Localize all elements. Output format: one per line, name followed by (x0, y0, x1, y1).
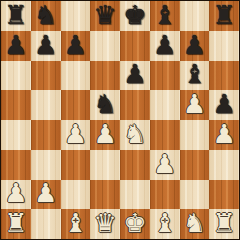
square-b3[interactable] (31, 150, 61, 180)
piece-black-pawn[interactable]: ♟ (183, 32, 206, 58)
square-h4[interactable]: ♟ (209, 120, 239, 150)
square-e8[interactable]: ♚ (120, 1, 150, 31)
square-b8[interactable]: ♞ (31, 1, 61, 31)
piece-black-queen[interactable]: ♛ (93, 2, 116, 28)
square-e3[interactable] (120, 150, 150, 180)
piece-black-bishop[interactable]: ♝ (183, 61, 206, 87)
square-e7[interactable] (120, 31, 150, 61)
square-d3[interactable] (90, 150, 120, 180)
piece-black-pawn[interactable]: ♟ (64, 32, 87, 58)
square-g8[interactable] (180, 1, 210, 31)
square-e4[interactable]: ♞ (120, 120, 150, 150)
piece-white-bishop[interactable]: ♝ (153, 210, 176, 236)
square-e1[interactable]: ♚ (120, 209, 150, 239)
square-a6[interactable] (1, 61, 31, 91)
square-d1[interactable]: ♛ (90, 209, 120, 239)
square-d7[interactable] (90, 31, 120, 61)
square-b6[interactable] (31, 61, 61, 91)
piece-white-knight[interactable]: ♞ (183, 210, 206, 236)
square-c7[interactable]: ♟ (61, 31, 91, 61)
square-a4[interactable] (1, 120, 31, 150)
square-a7[interactable]: ♟ (1, 31, 31, 61)
square-b7[interactable]: ♟ (31, 31, 61, 61)
square-f4[interactable] (150, 120, 180, 150)
square-b1[interactable] (31, 209, 61, 239)
piece-white-pawn[interactable]: ♟ (4, 180, 27, 206)
square-c3[interactable] (61, 150, 91, 180)
piece-black-knight[interactable]: ♞ (93, 91, 116, 117)
square-f5[interactable] (150, 90, 180, 120)
square-h7[interactable] (209, 31, 239, 61)
square-g2[interactable] (180, 180, 210, 210)
square-h6[interactable] (209, 61, 239, 91)
square-a2[interactable]: ♟ (1, 180, 31, 210)
square-b5[interactable] (31, 90, 61, 120)
square-d5[interactable]: ♞ (90, 90, 120, 120)
piece-black-pawn[interactable]: ♟ (212, 91, 235, 117)
square-c2[interactable] (61, 180, 91, 210)
square-a3[interactable] (1, 150, 31, 180)
square-f7[interactable]: ♟ (150, 31, 180, 61)
square-d8[interactable]: ♛ (90, 1, 120, 31)
square-g5[interactable]: ♟ (180, 90, 210, 120)
square-f3[interactable]: ♟ (150, 150, 180, 180)
piece-black-king[interactable]: ♚ (123, 2, 146, 28)
square-g3[interactable] (180, 150, 210, 180)
square-f6[interactable] (150, 61, 180, 91)
square-e5[interactable] (120, 90, 150, 120)
square-c1[interactable]: ♝ (61, 209, 91, 239)
chess-board: ♜♞♛♚♝♜♟♟♟♟♟♟♝♞♟♟♟♟♞♟♟♟♟♜♝♛♚♝♞♜ (0, 0, 240, 240)
piece-black-pawn[interactable]: ♟ (4, 32, 27, 58)
square-c5[interactable] (61, 90, 91, 120)
square-a1[interactable]: ♜ (1, 209, 31, 239)
square-h8[interactable]: ♜ (209, 1, 239, 31)
square-g4[interactable] (180, 120, 210, 150)
piece-white-rook[interactable]: ♜ (212, 210, 235, 236)
square-f2[interactable] (150, 180, 180, 210)
piece-white-pawn[interactable]: ♟ (183, 91, 206, 117)
piece-black-pawn[interactable]: ♟ (34, 32, 57, 58)
square-h3[interactable] (209, 150, 239, 180)
piece-black-bishop[interactable]: ♝ (153, 2, 176, 28)
piece-white-pawn[interactable]: ♟ (93, 121, 116, 147)
piece-black-pawn[interactable]: ♟ (123, 61, 146, 87)
square-c6[interactable] (61, 61, 91, 91)
piece-black-pawn[interactable]: ♟ (153, 32, 176, 58)
square-g6[interactable]: ♝ (180, 61, 210, 91)
square-d4[interactable]: ♟ (90, 120, 120, 150)
square-d6[interactable] (90, 61, 120, 91)
piece-white-pawn[interactable]: ♟ (153, 151, 176, 177)
square-h2[interactable] (209, 180, 239, 210)
square-f8[interactable]: ♝ (150, 1, 180, 31)
square-b2[interactable]: ♟ (31, 180, 61, 210)
piece-white-pawn[interactable]: ♟ (34, 180, 57, 206)
square-f1[interactable]: ♝ (150, 209, 180, 239)
piece-black-rook[interactable]: ♜ (4, 2, 27, 28)
piece-white-rook[interactable]: ♜ (4, 210, 27, 236)
square-g7[interactable]: ♟ (180, 31, 210, 61)
square-b4[interactable] (31, 120, 61, 150)
piece-white-bishop[interactable]: ♝ (64, 210, 87, 236)
square-a5[interactable] (1, 90, 31, 120)
square-d2[interactable] (90, 180, 120, 210)
square-a8[interactable]: ♜ (1, 1, 31, 31)
piece-white-knight[interactable]: ♞ (123, 121, 146, 147)
square-g1[interactable]: ♞ (180, 209, 210, 239)
piece-white-queen[interactable]: ♛ (93, 210, 116, 236)
piece-white-pawn[interactable]: ♟ (64, 121, 87, 147)
square-h1[interactable]: ♜ (209, 209, 239, 239)
square-h5[interactable]: ♟ (209, 90, 239, 120)
piece-white-king[interactable]: ♚ (123, 210, 146, 236)
square-e6[interactable]: ♟ (120, 61, 150, 91)
square-e2[interactable] (120, 180, 150, 210)
piece-black-rook[interactable]: ♜ (212, 2, 235, 28)
square-c8[interactable] (61, 1, 91, 31)
piece-white-pawn[interactable]: ♟ (212, 121, 235, 147)
square-c4[interactable]: ♟ (61, 120, 91, 150)
piece-black-knight[interactable]: ♞ (34, 2, 57, 28)
